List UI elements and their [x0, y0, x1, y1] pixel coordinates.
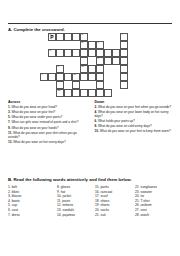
grid-cell[interactable]: 9: [40, 73, 48, 81]
grid-cell[interactable]: [96, 49, 104, 57]
across-clue: 7. What can girls wear instead of pants …: [8, 121, 89, 125]
grid-cell[interactable]: 5: [48, 49, 56, 57]
grid-blank: [40, 33, 48, 41]
word-column: 15. pants16. raincoat17. scarf18. shoes1…: [95, 185, 135, 217]
grid-blank: [104, 33, 112, 41]
grid-cell[interactable]: 10: [72, 73, 80, 81]
grid-blank: [112, 41, 120, 49]
grid-cell[interactable]: [72, 49, 80, 57]
clue-number: 5: [49, 50, 50, 53]
clue-number: 8: [57, 66, 58, 69]
down-clue: 2. What do you wear on your feet when yo…: [95, 106, 176, 110]
word-column: 8. gloves9. hat10. jacket11. jeans12. mi…: [57, 185, 95, 217]
grid-cell[interactable]: [72, 81, 80, 89]
clue-num: 10.: [95, 129, 100, 133]
grid-blank: [112, 81, 120, 89]
grid-cell[interactable]: [104, 89, 112, 97]
word-column: 22. sunglasses23. sweater24. tie25. T-sh…: [135, 185, 175, 217]
crossword-grid: 1P24365781191013: [40, 33, 128, 97]
grid-blank: [64, 57, 72, 65]
grid-blank: [64, 65, 72, 73]
grid-cell[interactable]: [64, 33, 72, 41]
grid-cell[interactable]: [88, 89, 96, 97]
grid-blank: [64, 41, 72, 49]
clue-number: 7: [97, 58, 98, 61]
grid-blank: [48, 81, 56, 89]
grid-blank: [88, 57, 96, 65]
grid-blank: [40, 81, 48, 89]
grid-cell[interactable]: 3: [80, 41, 88, 49]
grid-blank: [72, 41, 80, 49]
grid-blank: [88, 33, 96, 41]
grid-cell[interactable]: 11: [80, 65, 88, 73]
grid-cell[interactable]: [56, 81, 64, 89]
clue-num: 13.: [8, 140, 13, 144]
word-list-item: 14. pajamas: [57, 213, 95, 218]
clue-num: 7.: [8, 120, 11, 124]
down-clue: 4. What do you wear on your lower body o…: [95, 111, 176, 118]
grid-cell[interactable]: [96, 89, 104, 97]
grid-blank: [104, 41, 112, 49]
across-clue: 11. What do you wear over your shirt whe…: [8, 132, 89, 139]
grid-blank: [104, 73, 112, 81]
grid-cell[interactable]: [120, 73, 128, 81]
grid-blank: [40, 65, 48, 73]
section-b-title: B. Read the following words attentively …: [8, 177, 132, 182]
clue-number: 6: [97, 42, 98, 45]
across-clues: Across 1. What do you wear on your head?…: [8, 100, 89, 146]
given-letter: P: [49, 34, 55, 40]
grid-blank: [56, 57, 64, 65]
grid-cell[interactable]: [120, 41, 128, 49]
grid-cell[interactable]: [120, 57, 128, 65]
across-clue-list: 1. What do you wear on your head?3. What…: [8, 106, 89, 145]
grid-cell[interactable]: 13: [56, 89, 64, 97]
clue-num: 3.: [8, 110, 11, 114]
across-clue: 13. What do you wear on hot sunny days?: [8, 141, 89, 145]
grid-cell[interactable]: [96, 73, 104, 81]
grid-cell[interactable]: [64, 73, 72, 81]
grid-blank: [48, 89, 56, 97]
clue-area: Across 1. What do you wear on your head?…: [8, 100, 175, 146]
across-heading: Across: [8, 100, 89, 104]
word-list-item: 28. watch: [135, 213, 175, 218]
grid-cell[interactable]: 4: [120, 33, 128, 41]
grid-cell[interactable]: [104, 49, 112, 57]
worksheet-page: A. Complete the crossword. 1P24365781191…: [0, 0, 180, 256]
grid-blank: [112, 33, 120, 41]
clue-num: 6.: [95, 119, 98, 123]
clue-num: 8.: [95, 124, 98, 128]
grid-blank: [112, 73, 120, 81]
grid-blank: [40, 49, 48, 57]
grid-blank: [112, 89, 120, 97]
grid-cell[interactable]: [80, 89, 88, 97]
down-clue: 6. What holds your pants up?: [95, 120, 176, 124]
grid-cell[interactable]: [96, 65, 104, 73]
grid-cell[interactable]: [64, 49, 72, 57]
grid-cell[interactable]: [104, 57, 112, 65]
grid-blank: [96, 33, 104, 41]
down-clues: Down 2. What do you wear on your feet wh…: [95, 100, 176, 146]
grid-blank: [112, 65, 120, 73]
word-list: 1. belt2. bikini3. blouse4. boots5. cap6…: [8, 185, 176, 217]
grid-cell[interactable]: [80, 57, 88, 65]
header-divider: [8, 23, 172, 24]
grid-blank: [88, 81, 96, 89]
clue-number: 4: [121, 34, 122, 37]
grid-cell[interactable]: [88, 49, 96, 57]
grid-cell[interactable]: [72, 33, 80, 41]
grid-cell[interactable]: 2: [80, 33, 88, 41]
clue-number: 10: [73, 74, 76, 77]
grid-cell[interactable]: [64, 89, 72, 97]
grid-cell[interactable]: 8: [56, 65, 64, 73]
grid-cell[interactable]: [88, 73, 96, 81]
grid-blank: [72, 57, 80, 65]
grid-cell[interactable]: [56, 33, 64, 41]
across-clue: 3. What do you wear on your feet?: [8, 111, 89, 115]
clue-num: 1.: [8, 105, 11, 109]
grid-cell[interactable]: [56, 49, 64, 57]
down-clue: 8. What do you wear on cold wintry days?: [95, 125, 176, 129]
grid-cell[interactable]: [80, 49, 88, 57]
grid-cell[interactable]: [88, 41, 96, 49]
grid-cell[interactable]: [56, 73, 64, 81]
grid-blank: [104, 81, 112, 89]
clue-num: 5.: [8, 115, 11, 119]
grid-blank: [104, 65, 112, 73]
word-list-item: 21. suit: [95, 213, 135, 218]
clue-number: 13: [57, 90, 60, 93]
across-clue: 5. What do you wear under your pants?: [8, 116, 89, 120]
grid-cell[interactable]: [96, 81, 104, 89]
grid-blank: [40, 57, 48, 65]
grid-cell[interactable]: [120, 65, 128, 73]
grid-cell[interactable]: [112, 57, 120, 65]
grid-cell[interactable]: [88, 65, 96, 73]
clue-number: 3: [81, 42, 82, 45]
grid-blank: [40, 41, 48, 49]
grid-blank: [120, 89, 128, 97]
grid-blank: [40, 89, 48, 97]
clue-num: 9.: [8, 126, 11, 130]
across-clue: 9. What do you wear on your hands?: [8, 127, 89, 131]
down-heading: Down: [95, 100, 176, 104]
grid-cell[interactable]: [120, 81, 128, 89]
grid-cell[interactable]: [48, 73, 56, 81]
grid-blank: [56, 41, 64, 49]
down-clue-list: 2. What do you wear on your feet when yo…: [95, 106, 176, 135]
grid-blank: [48, 65, 56, 73]
grid-blank: [48, 41, 56, 49]
grid-blank: [48, 57, 56, 65]
clue-num: 4.: [95, 110, 98, 114]
grid-cell[interactable]: [80, 73, 88, 81]
clue-number: 2: [81, 34, 82, 37]
grid-blank: [64, 81, 72, 89]
grid-cell[interactable]: 1P: [48, 33, 56, 41]
clue-number: 11: [81, 66, 83, 69]
grid-blank: [72, 65, 80, 73]
grid-cell[interactable]: [72, 89, 80, 97]
clue-num: 2.: [95, 105, 98, 109]
grid-cell[interactable]: [112, 49, 120, 57]
clue-number: 9: [41, 74, 42, 77]
section-a-title: A. Complete the crossword.: [8, 27, 65, 32]
word-column: 1. belt2. bikini3. blouse4. boots5. cap6…: [8, 185, 57, 217]
across-clue: 1. What do you wear on your head?: [8, 106, 89, 110]
grid-cell[interactable]: 7: [96, 57, 104, 65]
grid-cell[interactable]: 6: [96, 41, 104, 49]
grid-blank: [80, 81, 88, 89]
clue-num: 11.: [8, 131, 13, 135]
grid-cell[interactable]: [120, 49, 128, 57]
word-list-item: 7. dress: [8, 213, 57, 218]
down-clue: 10. What do you wear on your feet to kee…: [95, 130, 176, 134]
